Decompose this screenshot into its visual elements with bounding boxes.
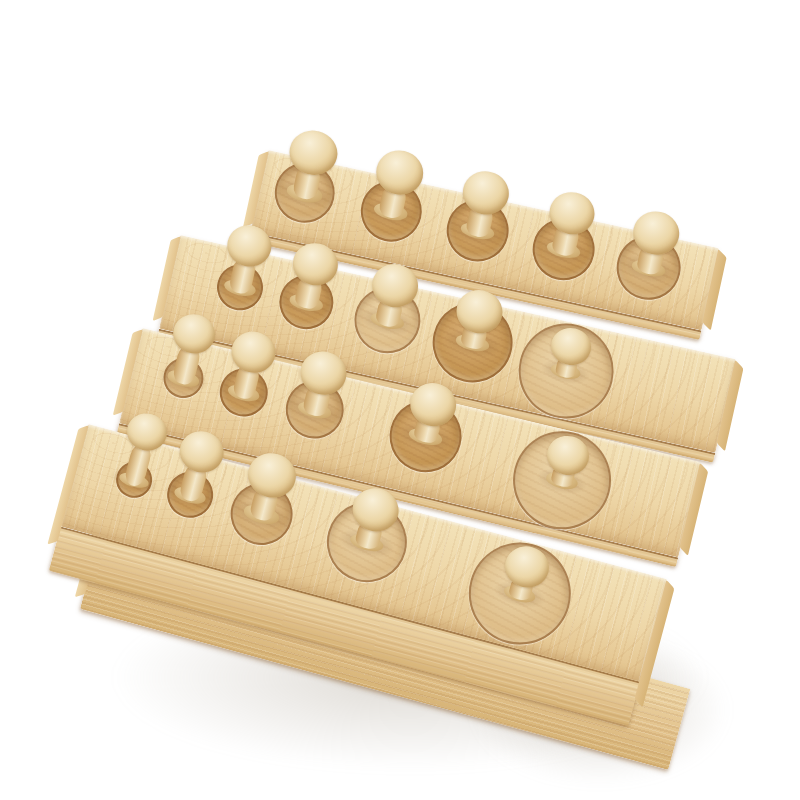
page: { "game": "montessori-knobbed-cylinder-b… (0, 0, 800, 800)
montessori-cylinder-blocks-photo (0, 0, 800, 800)
